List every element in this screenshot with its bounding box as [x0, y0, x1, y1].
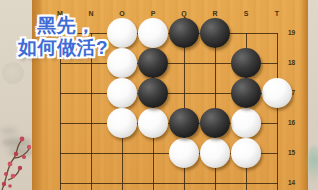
stone-white-P19 — [138, 18, 168, 48]
column-label-Q: Q — [178, 10, 190, 18]
stone-white-O17 — [107, 78, 137, 108]
moon-decoration — [2, 62, 24, 84]
stone-white-T17 — [262, 78, 292, 108]
grid-line-row-14 — [60, 183, 278, 184]
stone-white-Q15 — [169, 138, 199, 168]
stone-black-P18 — [138, 48, 168, 78]
caption-line-2: 如何做活? — [18, 37, 108, 59]
stone-white-P16 — [138, 108, 168, 138]
video-frame: MNOPQRST191817161514 黑先， 如何做活? — [0, 0, 318, 190]
grid-line-column-T — [277, 33, 278, 190]
column-label-S: S — [240, 10, 252, 18]
stone-black-Q19 — [169, 18, 199, 48]
stone-white-O19 — [107, 18, 137, 48]
column-label-R: R — [209, 10, 221, 18]
stone-white-S16 — [231, 108, 261, 138]
plum-branch-decoration — [0, 124, 34, 190]
row-label-19: 19 — [288, 29, 302, 37]
column-label-P: P — [147, 10, 159, 18]
right-scroll-painting — [308, 0, 318, 190]
stone-black-S17 — [231, 78, 261, 108]
stone-black-R19 — [200, 18, 230, 48]
stone-white-O18 — [107, 48, 137, 78]
stone-white-O16 — [107, 108, 137, 138]
stone-black-R16 — [200, 108, 230, 138]
plant-decoration — [308, 146, 318, 182]
row-label-15: 15 — [288, 149, 302, 157]
row-label-16: 16 — [288, 119, 302, 127]
caption-line-1: 黑先， — [18, 15, 108, 37]
puzzle-caption: 黑先， 如何做活? — [18, 15, 108, 59]
stone-white-R15 — [200, 138, 230, 168]
column-label-T: T — [271, 10, 283, 18]
stone-black-P17 — [138, 78, 168, 108]
stone-white-S15 — [231, 138, 261, 168]
stone-black-S18 — [231, 48, 261, 78]
row-label-14: 14 — [288, 179, 302, 187]
stone-black-Q16 — [169, 108, 199, 138]
column-label-O: O — [116, 10, 128, 18]
row-label-18: 18 — [288, 59, 302, 67]
